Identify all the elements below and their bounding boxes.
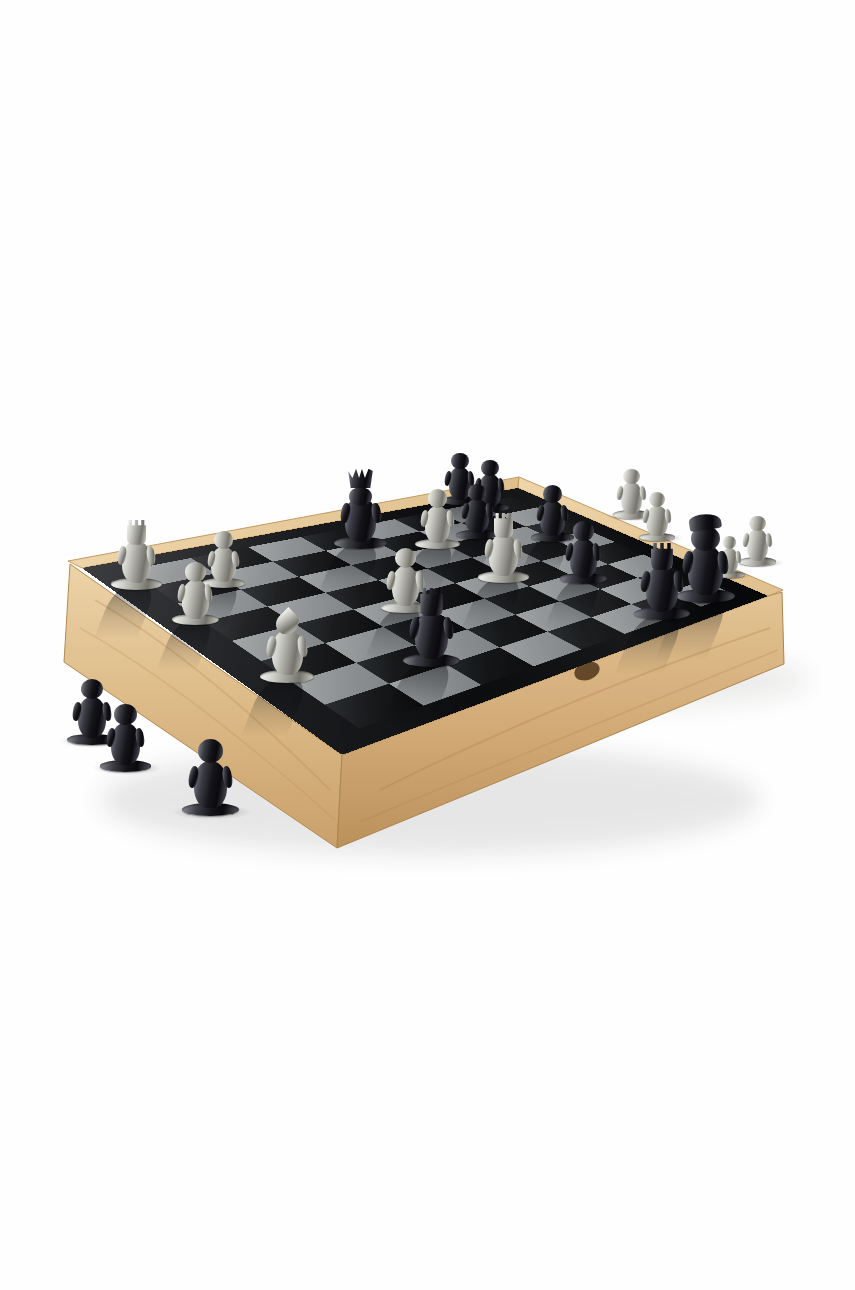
piece-body (489, 534, 518, 576)
piece-body (540, 501, 564, 536)
piece-head (623, 469, 640, 485)
piece-head (573, 521, 594, 540)
piece-body (111, 723, 140, 765)
piece-black-pawn-floor-front-left-2[interactable]: ♟ (102, 694, 149, 772)
piece-body (570, 539, 597, 578)
piece-head (468, 484, 486, 501)
piece-head (81, 679, 103, 700)
piece-head (649, 492, 665, 507)
piece-head (420, 588, 442, 616)
piece-head (214, 531, 233, 549)
piece-body (182, 580, 209, 619)
piece-body (122, 541, 151, 583)
piece-body (194, 761, 227, 809)
piece-white-rook-b8[interactable]: ♖ (113, 512, 160, 590)
piece-body (646, 506, 667, 536)
piece-head (651, 543, 673, 571)
piece-head (271, 607, 302, 638)
piece-white-pawn-a6[interactable]: ♙ (174, 553, 217, 625)
piece-head (114, 704, 137, 725)
piece-head (428, 489, 448, 508)
piece-body (747, 529, 769, 560)
piece-black-rook-d2[interactable]: ♜ (405, 579, 458, 667)
piece-head (494, 513, 514, 538)
piece-head (543, 485, 562, 503)
piece-white-pawn-floor-right-2[interactable]: ♙ (640, 485, 674, 541)
piece-black-pawn-g5[interactable]: ♟ (562, 512, 605, 584)
piece-head (198, 739, 223, 763)
piece-body (425, 506, 450, 543)
king-crown-icon (348, 469, 373, 489)
piece-white-bishop-a4[interactable]: ♗ (262, 599, 312, 683)
knight-hair-icon (688, 511, 722, 531)
piece-head (749, 516, 766, 532)
piece-body (272, 630, 303, 675)
piece-body (688, 545, 722, 595)
piece-black-pawn-floor-front-left-3[interactable]: ♟ (184, 728, 237, 816)
piece-body (415, 612, 448, 660)
piece-white-rook-f4[interactable]: ♖ (480, 505, 527, 583)
piece-black-king-e7[interactable]: ♚ (336, 467, 385, 549)
piece-head (451, 453, 468, 469)
piece-head (185, 562, 206, 581)
piece-head (127, 520, 147, 545)
piece-black-rook-g3[interactable]: ♜ (636, 534, 688, 620)
piece-head (481, 460, 498, 476)
piece-white-pawn-floor-right-4[interactable]: ♙ (740, 508, 775, 566)
product-photo-scene: ♖♙♙♗♙♖♙♚♟♟♟♟♟♜♞♜♟♟♟♙♙♙♙ (0, 0, 855, 1290)
piece-head (395, 548, 417, 568)
piece-body (646, 566, 678, 612)
